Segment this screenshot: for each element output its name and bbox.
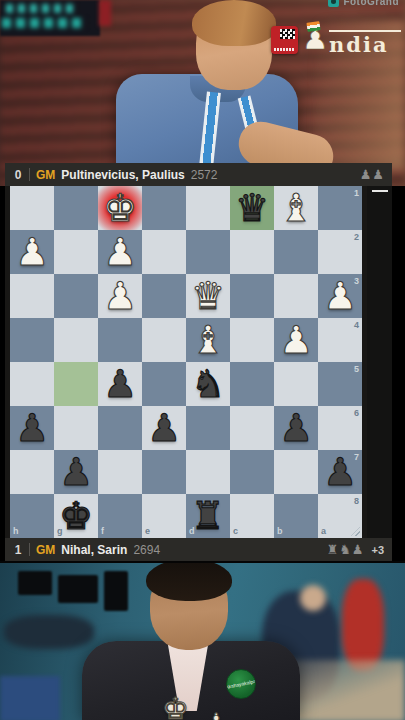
rank-label-2: 2 xyxy=(354,232,359,242)
square-h5[interactable] xyxy=(10,362,54,406)
checkerboard-logo-icon xyxy=(271,26,298,54)
black-score: 1 xyxy=(13,543,23,557)
captured-knight-icon: ♞ xyxy=(339,542,351,557)
file-label-h: h xyxy=(13,526,19,536)
square-a4[interactable]: 4 xyxy=(318,318,362,362)
square-e8[interactable]: e xyxy=(142,494,186,538)
square-f5[interactable]: ♟ xyxy=(98,362,142,406)
black-title-badge: GM xyxy=(36,543,55,557)
square-a6[interactable]: 6 xyxy=(318,406,362,450)
square-a8[interactable]: 8a xyxy=(318,494,362,538)
captured-pawn-icon: ♟ xyxy=(360,167,372,182)
square-d3[interactable]: ♛ xyxy=(186,274,230,318)
file-label-d: d xyxy=(189,526,195,536)
white-player-hair xyxy=(192,0,276,46)
chess-broadcast-panel: 0 GM Pultinevicius, Paulius 2572 ♟♟ ♚♛♝1… xyxy=(5,163,392,561)
square-a2[interactable]: 2 xyxy=(318,230,362,274)
arena-banner xyxy=(0,0,100,36)
square-b8[interactable]: b xyxy=(274,494,318,538)
square-h4[interactable] xyxy=(10,318,54,362)
player-bar-black: 1 GM Nihal, Sarin 2694 ♜♞♟ +3 xyxy=(5,538,392,561)
square-g1[interactable] xyxy=(54,186,98,230)
bottom-player-photo: Akshayakalpa ♚ ♟ xyxy=(0,561,405,720)
file-label-b: b xyxy=(277,526,283,536)
square-f8[interactable]: f xyxy=(98,494,142,538)
square-h6[interactable]: ♟ xyxy=(10,406,54,450)
square-a5[interactable]: 5 xyxy=(318,362,362,406)
square-g2[interactable] xyxy=(54,230,98,274)
square-f3[interactable]: ♟ xyxy=(98,274,142,318)
piece-bP-g7[interactable]: ♟ xyxy=(54,450,98,494)
file-label-a: a xyxy=(321,526,326,536)
square-h3[interactable] xyxy=(10,274,54,318)
piece-bP-h6[interactable]: ♟ xyxy=(10,406,54,450)
square-c8[interactable]: c xyxy=(230,494,274,538)
camera-icon xyxy=(328,0,339,7)
collapsed-eval-bar[interactable] xyxy=(372,190,388,192)
foreground-chess-pawn: ♟ xyxy=(208,709,224,720)
black-player-hair xyxy=(146,561,232,601)
piece-wB-d4[interactable]: ♝ xyxy=(186,318,230,362)
piece-bQ-c1[interactable]: ♛ xyxy=(230,186,274,230)
square-f6[interactable] xyxy=(98,406,142,450)
file-label-f: f xyxy=(101,526,104,536)
captured-rook-icon: ♜ xyxy=(326,542,338,557)
piece-bP-b6[interactable]: ♟ xyxy=(274,406,318,450)
square-b3[interactable] xyxy=(274,274,318,318)
square-e1[interactable] xyxy=(142,186,186,230)
square-g4[interactable] xyxy=(54,318,98,362)
material-advantage: +3 xyxy=(371,544,384,556)
square-b2[interactable] xyxy=(274,230,318,274)
square-d1[interactable] xyxy=(186,186,230,230)
file-label-c: c xyxy=(233,526,238,536)
piece-wP-h2[interactable]: ♟ xyxy=(10,230,54,274)
white-player-rating: 2572 xyxy=(191,168,218,182)
rank-label-7: 7 xyxy=(354,452,359,462)
square-g8[interactable]: g♚ xyxy=(54,494,98,538)
square-g7[interactable]: ♟ xyxy=(54,450,98,494)
rank-label-3: 3 xyxy=(354,276,359,286)
bystander-head xyxy=(300,585,326,611)
square-e5[interactable] xyxy=(142,362,186,406)
square-c6[interactable] xyxy=(230,406,274,450)
white-player-name: Pultinevicius, Paulius xyxy=(61,168,184,182)
piece-wB-b1[interactable]: ♝ xyxy=(274,186,318,230)
rank-label-8: 8 xyxy=(354,496,359,506)
rank-label-1: 1 xyxy=(354,188,359,198)
india-flag-icon xyxy=(306,21,320,32)
square-d2[interactable] xyxy=(186,230,230,274)
square-c5[interactable] xyxy=(230,362,274,406)
crowd-left xyxy=(4,615,94,649)
logo-text: ndia xyxy=(329,30,389,57)
table-corner xyxy=(0,676,60,720)
square-h7[interactable] xyxy=(10,450,54,494)
square-e7[interactable] xyxy=(142,450,186,494)
floor xyxy=(285,660,405,720)
board-side-strip xyxy=(367,186,392,538)
player-bar-white: 0 GM Pultinevicius, Paulius 2572 ♟♟ xyxy=(5,163,392,186)
piece-bP-f5[interactable]: ♟ xyxy=(98,362,142,406)
divider xyxy=(29,168,30,181)
square-c3[interactable] xyxy=(230,274,274,318)
square-g5[interactable] xyxy=(54,362,98,406)
square-c1[interactable]: ♛ xyxy=(230,186,274,230)
square-h1[interactable] xyxy=(10,186,54,230)
rank-label-4: 4 xyxy=(354,320,359,330)
square-e2[interactable] xyxy=(142,230,186,274)
piece-wK-f1[interactable]: ♚ xyxy=(98,186,142,230)
arena-banner-red xyxy=(99,0,111,26)
square-d7[interactable] xyxy=(186,450,230,494)
video-frame: FotoGrand ♟ ndia 0 GM Pultinevicius, Pau… xyxy=(0,0,405,720)
black-player-rating: 2694 xyxy=(133,543,160,557)
white-score: 0 xyxy=(13,168,23,182)
rank-label-5: 5 xyxy=(354,364,359,374)
file-label-g: g xyxy=(57,526,63,536)
square-c4[interactable] xyxy=(230,318,274,362)
black-player-name: Nihal, Sarin xyxy=(61,543,127,557)
piece-wQ-d3[interactable]: ♛ xyxy=(186,274,230,318)
square-b5[interactable] xyxy=(274,362,318,406)
red-hoodie-person xyxy=(342,579,384,671)
square-d5[interactable]: ♞ xyxy=(186,362,230,406)
chessbase-india-logo: ♟ ndia xyxy=(271,22,397,64)
square-b4[interactable]: ♟ xyxy=(274,318,318,362)
square-b7[interactable] xyxy=(274,450,318,494)
board-resize-handle[interactable] xyxy=(351,527,360,536)
square-e4[interactable] xyxy=(142,318,186,362)
square-e6[interactable]: ♟ xyxy=(142,406,186,450)
square-f4[interactable] xyxy=(98,318,142,362)
square-a7[interactable]: 7♟ xyxy=(318,450,362,494)
square-f7[interactable] xyxy=(98,450,142,494)
file-label-e: e xyxy=(145,526,150,536)
square-g3[interactable] xyxy=(54,274,98,318)
square-f1[interactable]: ♚ xyxy=(98,186,142,230)
square-d8[interactable]: d♜ xyxy=(186,494,230,538)
square-a3[interactable]: 3♟ xyxy=(318,274,362,318)
watermark-text: FotoGrand xyxy=(343,0,399,7)
piece-bN-d5[interactable]: ♞ xyxy=(186,362,230,406)
rank-label-6: 6 xyxy=(354,408,359,418)
captured-pawn-icon: ♟ xyxy=(352,542,364,557)
photographer-watermark: FotoGrand xyxy=(328,0,399,7)
piece-bP-e6[interactable]: ♟ xyxy=(142,406,186,450)
captured-pawn-icon: ♟ xyxy=(372,167,384,182)
piece-wP-f3[interactable]: ♟ xyxy=(98,274,142,318)
divider xyxy=(29,543,30,556)
square-h2[interactable]: ♟ xyxy=(10,230,54,274)
white-title-badge: GM xyxy=(36,168,55,182)
square-d4[interactable]: ♝ xyxy=(186,318,230,362)
chess-board[interactable]: ♚♛♝1♟♟2♟♛3♟♝♟4♟♞5♟♟♟6♟7♟hg♚fed♜cb8a xyxy=(10,186,362,538)
white-captured-pieces: ♟♟ xyxy=(360,167,384,182)
square-g6[interactable] xyxy=(54,406,98,450)
sponsor-patch: Akshayakalpa xyxy=(226,669,256,699)
square-f2[interactable]: ♟ xyxy=(98,230,142,274)
piece-wP-f2[interactable]: ♟ xyxy=(98,230,142,274)
piece-wP-b4[interactable]: ♟ xyxy=(274,318,318,362)
square-e3[interactable] xyxy=(142,274,186,318)
foreground-chess-king: ♚ xyxy=(162,691,189,720)
black-captured-pieces: ♜♞♟ xyxy=(326,542,363,557)
square-b6[interactable]: ♟ xyxy=(274,406,318,450)
square-c2[interactable] xyxy=(230,230,274,274)
sponsor-patch-text: Akshayakalpa xyxy=(226,678,256,690)
square-a1[interactable]: 1 xyxy=(318,186,362,230)
square-b1[interactable]: ♝ xyxy=(274,186,318,230)
square-c7[interactable] xyxy=(230,450,274,494)
square-d6[interactable] xyxy=(186,406,230,450)
square-h8[interactable]: h xyxy=(10,494,54,538)
top-player-photo: FotoGrand ♟ ndia xyxy=(0,0,405,186)
